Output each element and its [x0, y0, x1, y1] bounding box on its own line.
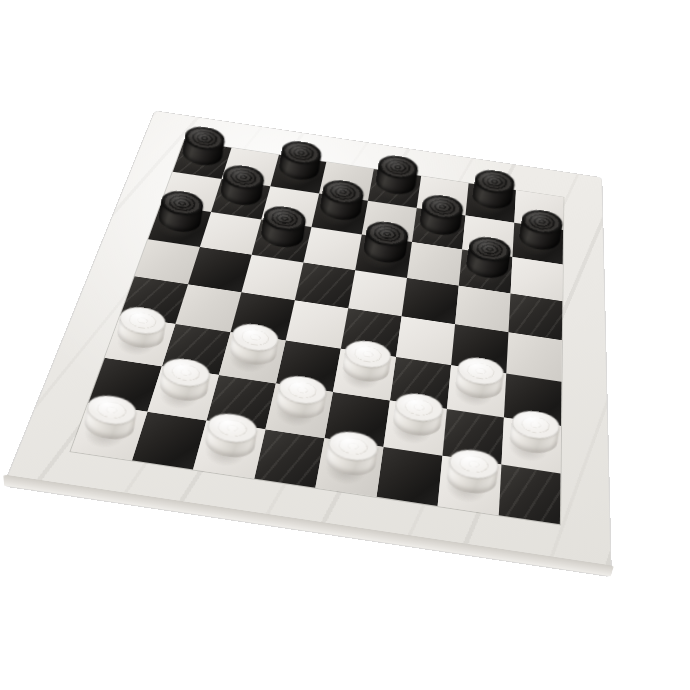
square-b3[interactable]: [200, 212, 261, 255]
square-d3[interactable]: [303, 227, 361, 270]
black-checker-h2[interactable]: [518, 208, 564, 253]
photo-background: [0, 0, 690, 690]
white-checker-a6[interactable]: [116, 304, 168, 351]
square-a3[interactable]: [148, 204, 211, 247]
square-h7[interactable]: [501, 417, 561, 473]
square-d8[interactable]: [254, 429, 324, 487]
board-tilt-wrapper: [0, 0, 690, 690]
square-g8[interactable]: [438, 456, 502, 515]
square-c3[interactable]: [252, 219, 312, 262]
white-checker-b7[interactable]: [158, 355, 212, 403]
black-checker-g1[interactable]: [471, 168, 516, 211]
square-g3[interactable]: [459, 250, 513, 294]
square-a8[interactable]: [71, 403, 148, 460]
black-checker-d2[interactable]: [319, 178, 365, 223]
black-checker-e1[interactable]: [374, 153, 419, 196]
black-checker-a3[interactable]: [157, 188, 205, 234]
square-h4[interactable]: [508, 293, 562, 340]
square-e8[interactable]: [315, 438, 383, 497]
square-e1[interactable]: [368, 169, 421, 208]
square-h3[interactable]: [511, 257, 563, 301]
square-c4[interactable]: [241, 255, 303, 300]
square-f5[interactable]: [396, 316, 455, 365]
square-f7[interactable]: [383, 400, 446, 455]
playing-grid: [71, 141, 564, 525]
square-d5[interactable]: [286, 300, 349, 348]
white-checker-g8[interactable]: [445, 447, 501, 497]
square-g4[interactable]: [455, 286, 510, 332]
square-c8[interactable]: [193, 421, 265, 479]
black-checker-f2[interactable]: [418, 193, 464, 238]
checkers-board: [4, 111, 611, 576]
white-checker-g6[interactable]: [454, 355, 506, 402]
square-f8[interactable]: [377, 447, 443, 506]
square-h8[interactable]: [499, 465, 561, 525]
square-h5[interactable]: [506, 332, 562, 382]
square-f4[interactable]: [402, 278, 459, 324]
white-checker-e8[interactable]: [324, 429, 380, 479]
white-checker-d7[interactable]: [275, 373, 329, 421]
white-checker-a8[interactable]: [83, 392, 139, 442]
square-d4[interactable]: [295, 263, 355, 309]
square-b8[interactable]: [132, 412, 206, 470]
square-c6[interactable]: [219, 332, 286, 383]
black-checker-c3[interactable]: [260, 204, 308, 250]
black-checker-e3[interactable]: [362, 219, 410, 265]
black-checker-c1[interactable]: [278, 139, 323, 182]
square-e3[interactable]: [355, 234, 412, 277]
white-checker-c8[interactable]: [203, 411, 259, 461]
square-c1[interactable]: [270, 155, 326, 194]
white-checker-f7[interactable]: [391, 390, 445, 438]
square-e4[interactable]: [348, 270, 407, 316]
white-checker-e6[interactable]: [341, 338, 393, 385]
square-e6[interactable]: [333, 349, 396, 401]
perspective-scene: [0, 0, 690, 690]
white-checker-h7[interactable]: [508, 408, 562, 456]
black-checker-g3[interactable]: [465, 234, 513, 280]
black-checker-b2[interactable]: [219, 163, 265, 208]
black-checker-a1[interactable]: [181, 124, 226, 167]
white-checker-c6[interactable]: [228, 321, 280, 368]
square-g1[interactable]: [465, 183, 516, 222]
